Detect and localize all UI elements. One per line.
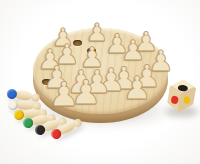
standing-peg[interactable]: ♟ <box>126 73 148 96</box>
standing-peg[interactable]: ♟ <box>53 79 75 103</box>
tray-peg-color-base-blue <box>6 87 17 98</box>
color-die[interactable] <box>162 75 200 116</box>
product-photo-stage: ♟♟♟♟♟♟♟♟♟♟♟♟♟♟♟♟♟♟ <box>0 0 200 164</box>
pawn-glyph: ♟ <box>49 77 79 111</box>
standing-peg[interactable]: ♟ <box>122 38 144 58</box>
tray-peg-color-base-white <box>8 99 19 110</box>
pawn-glyph: ♟ <box>123 72 152 104</box>
die-graphic <box>162 75 200 116</box>
